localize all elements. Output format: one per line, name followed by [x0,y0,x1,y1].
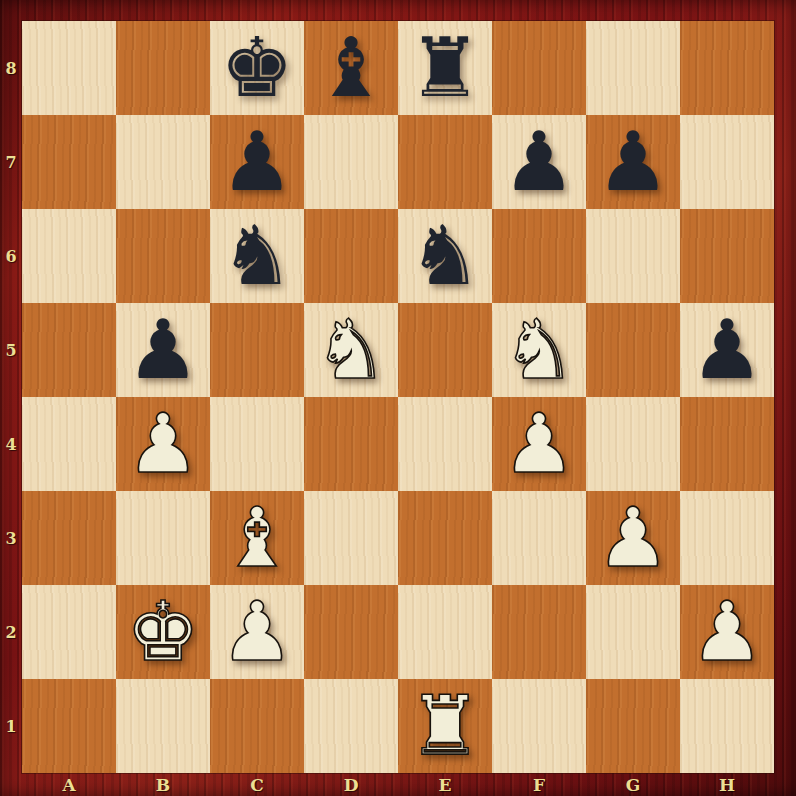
piece-black-rook[interactable]: ♜ [408,21,482,115]
square-c1[interactable] [210,679,304,773]
square-g1[interactable] [586,679,680,773]
square-b4[interactable]: ♟ [116,397,210,491]
piece-black-pawn[interactable]: ♟ [502,115,576,209]
square-f2[interactable] [492,585,586,679]
square-h2[interactable]: ♟ [680,585,774,679]
square-a3[interactable] [22,491,116,585]
square-f7[interactable]: ♟ [492,115,586,209]
piece-white-pawn[interactable]: ♟ [126,397,200,491]
square-h3[interactable] [680,491,774,585]
square-g8[interactable] [586,21,680,115]
square-b1[interactable] [116,679,210,773]
piece-black-pawn[interactable]: ♟ [690,303,764,397]
file-label-d: D [304,773,398,796]
square-c6[interactable]: ♞ [210,209,304,303]
square-h1[interactable] [680,679,774,773]
square-e6[interactable]: ♞ [398,209,492,303]
square-e5[interactable] [398,303,492,397]
file-label-f: F [492,773,586,796]
rank-label-7: 7 [0,115,22,209]
square-f1[interactable] [492,679,586,773]
square-b5[interactable]: ♟ [116,303,210,397]
piece-white-king[interactable]: ♚ [126,585,200,679]
square-d5[interactable]: ♞ [304,303,398,397]
square-a8[interactable] [22,21,116,115]
file-label-h: H [680,773,774,796]
square-c8[interactable]: ♚ [210,21,304,115]
file-label-g: G [586,773,680,796]
square-b6[interactable] [116,209,210,303]
square-c5[interactable] [210,303,304,397]
file-label-e: E [398,773,492,796]
piece-white-bishop[interactable]: ♝ [220,491,294,585]
piece-black-bishop[interactable]: ♝ [314,21,388,115]
square-c2[interactable]: ♟ [210,585,304,679]
chessboard-frame: ♚♝♜♟♟♟♞♞♟♞♞♟♟♟♝♟♚♟♟♜ 87654321 ABCDEFGH [0,0,796,796]
piece-white-rook[interactable]: ♜ [408,679,482,773]
square-d4[interactable] [304,397,398,491]
square-f5[interactable]: ♞ [492,303,586,397]
square-g7[interactable]: ♟ [586,115,680,209]
square-f6[interactable] [492,209,586,303]
piece-black-pawn[interactable]: ♟ [126,303,200,397]
square-h6[interactable] [680,209,774,303]
square-g3[interactable]: ♟ [586,491,680,585]
square-f8[interactable] [492,21,586,115]
square-e4[interactable] [398,397,492,491]
square-a5[interactable] [22,303,116,397]
square-c4[interactable] [210,397,304,491]
square-c3[interactable]: ♝ [210,491,304,585]
piece-white-knight[interactable]: ♞ [314,303,388,397]
square-e3[interactable] [398,491,492,585]
square-b3[interactable] [116,491,210,585]
square-b2[interactable]: ♚ [116,585,210,679]
square-f4[interactable]: ♟ [492,397,586,491]
square-h5[interactable]: ♟ [680,303,774,397]
square-h8[interactable] [680,21,774,115]
chessboard: ♚♝♜♟♟♟♞♞♟♞♞♟♟♟♝♟♚♟♟♜ [22,21,774,773]
piece-black-king[interactable]: ♚ [220,21,294,115]
rank-label-1: 1 [0,679,22,773]
rank-label-6: 6 [0,209,22,303]
square-b7[interactable] [116,115,210,209]
square-g6[interactable] [586,209,680,303]
rank-label-5: 5 [0,303,22,397]
square-g2[interactable] [586,585,680,679]
square-a4[interactable] [22,397,116,491]
square-h4[interactable] [680,397,774,491]
square-a1[interactable] [22,679,116,773]
rank-label-2: 2 [0,585,22,679]
square-d2[interactable] [304,585,398,679]
square-d1[interactable] [304,679,398,773]
square-a6[interactable] [22,209,116,303]
square-e8[interactable]: ♜ [398,21,492,115]
piece-black-pawn[interactable]: ♟ [596,115,670,209]
file-label-c: C [210,773,304,796]
rank-label-4: 4 [0,397,22,491]
file-label-a: A [22,773,116,796]
square-d3[interactable] [304,491,398,585]
square-c7[interactable]: ♟ [210,115,304,209]
square-h7[interactable] [680,115,774,209]
square-b8[interactable] [116,21,210,115]
square-e1[interactable]: ♜ [398,679,492,773]
piece-black-knight[interactable]: ♞ [408,209,482,303]
piece-white-pawn[interactable]: ♟ [596,491,670,585]
square-a7[interactable] [22,115,116,209]
square-a2[interactable] [22,585,116,679]
square-g5[interactable] [586,303,680,397]
square-g4[interactable] [586,397,680,491]
square-e2[interactable] [398,585,492,679]
piece-white-pawn[interactable]: ♟ [220,585,294,679]
square-f3[interactable] [492,491,586,585]
square-d6[interactable] [304,209,398,303]
file-label-b: B [116,773,210,796]
piece-black-knight[interactable]: ♞ [220,209,294,303]
square-d7[interactable] [304,115,398,209]
piece-white-pawn[interactable]: ♟ [690,585,764,679]
piece-white-pawn[interactable]: ♟ [502,397,576,491]
rank-label-8: 8 [0,21,22,115]
piece-white-knight[interactable]: ♞ [502,303,576,397]
rank-label-3: 3 [0,491,22,585]
piece-black-pawn[interactable]: ♟ [220,115,294,209]
square-d8[interactable]: ♝ [304,21,398,115]
square-e7[interactable] [398,115,492,209]
